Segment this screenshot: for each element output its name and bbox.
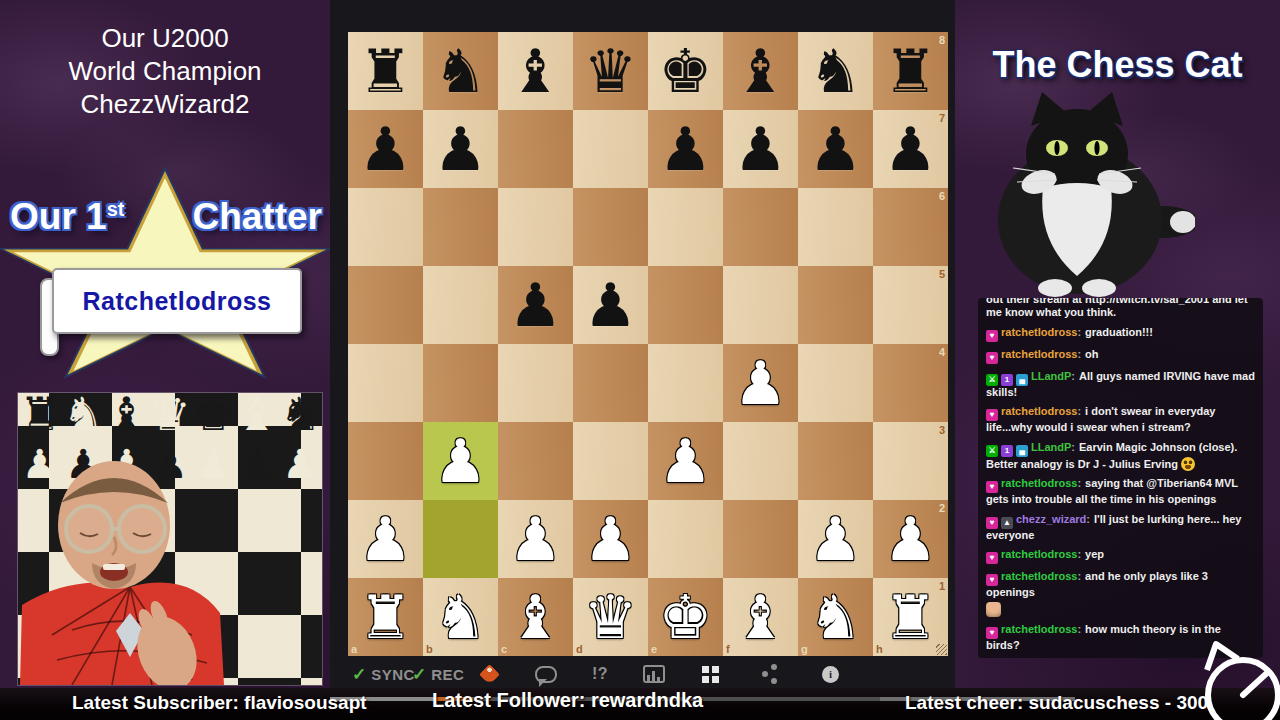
rec-label: REC <box>431 666 464 683</box>
black-bishop[interactable]: ♝ <box>723 32 798 110</box>
wall-piece: ♜ <box>18 393 61 441</box>
heart-pink-badge-icon: ♥ <box>986 517 998 529</box>
latest-cheer-text: Latest cheer: sudacuschess - 300 <box>905 692 1208 714</box>
info-icon: i <box>822 666 839 683</box>
square-f8[interactable]: ♝ <box>723 32 798 110</box>
white-pawn[interactable]: ♟ <box>798 500 873 578</box>
square-b2[interactable] <box>423 500 498 578</box>
black-pawn[interactable]: ♟ <box>498 266 573 344</box>
black-knight[interactable]: ♞ <box>798 32 873 110</box>
square-e8[interactable]: ♚ <box>648 32 723 110</box>
chat-username[interactable]: ratchetlodross <box>1001 548 1077 560</box>
chat-text: graduation!!! <box>1085 326 1153 338</box>
square-c2[interactable]: ♟ <box>498 500 573 578</box>
chat-username[interactable]: ratchetlodross <box>1001 405 1077 417</box>
chat-message: ♥▲chezz_wizard:I'll just be lurking here… <box>986 513 1255 543</box>
sub-teal-badge-icon: ▄ <box>1016 374 1028 386</box>
white-bishop[interactable]: ♝ <box>498 578 573 656</box>
champion-caption: Our U2000 World Champion ChezzWizard2 <box>0 22 330 121</box>
gift-purple-badge-icon: 1 <box>1001 374 1013 386</box>
square-a1[interactable]: a♜ <box>348 578 423 656</box>
white-rook[interactable]: ♜ <box>348 578 423 656</box>
square-c8[interactable]: ♝ <box>498 32 573 110</box>
black-pawn[interactable]: ♟ <box>348 110 423 188</box>
chat-text: sai_2001 is also a streamer, check out t… <box>986 298 1248 318</box>
streamer-face-emote <box>986 602 1001 617</box>
chat-box[interactable]: ▶★▄Tiberian64:!sof ratchelodross⚔☾Nightb… <box>978 298 1263 658</box>
chat-message: ⚔1▄LLandP:Earvin Magic Johnson (close). … <box>986 441 1255 472</box>
chat-username[interactable]: LLandP <box>1031 441 1071 453</box>
gift-purple-badge-icon: 1 <box>1001 445 1013 457</box>
white-rook[interactable]: ♜ <box>873 578 948 656</box>
heart-pink-badge-icon: ♥ <box>986 330 998 342</box>
rank-label-4: 4 <box>939 346 945 358</box>
white-knight[interactable]: ♞ <box>423 578 498 656</box>
file-label-d: d <box>576 643 583 655</box>
square-f5[interactable] <box>723 266 798 344</box>
square-f2[interactable] <box>723 500 798 578</box>
chat-username[interactable]: ratchetlodross <box>1001 477 1077 489</box>
square-g5[interactable] <box>798 266 873 344</box>
square-g2[interactable]: ♟ <box>798 500 873 578</box>
heart-pink-badge-icon: ♥ <box>986 409 998 421</box>
file-label-g: g <box>801 643 808 655</box>
heart-pink-badge-icon: ♥ <box>986 352 998 364</box>
square-a2[interactable]: ♟ <box>348 500 423 578</box>
square-f1[interactable]: f♝ <box>723 578 798 656</box>
mod-green-badge-icon: ⚔ <box>986 374 998 386</box>
stream-overlay: Our U2000 World Champion ChezzWizard2 Ou… <box>0 0 1280 720</box>
heart-pink-badge-icon: ♥ <box>986 627 998 639</box>
square-h7[interactable]: 7♟ <box>873 110 948 188</box>
champion-line-1: Our U2000 <box>0 22 330 55</box>
chat-username[interactable]: chezz_wizard <box>1016 513 1086 525</box>
rank-label-1: 1 <box>939 580 945 592</box>
study-toolbar: ✓SYNC✓REC!?i <box>330 660 955 688</box>
wall-piece: ♚ <box>192 393 235 441</box>
square-b7[interactable]: ♟ <box>423 110 498 188</box>
square-c4[interactable] <box>498 344 573 422</box>
check-icon: ✓ <box>352 664 366 685</box>
square-a4[interactable] <box>348 344 423 422</box>
share-button[interactable] <box>762 660 777 688</box>
square-h3[interactable]: 3 <box>873 422 948 500</box>
file-label-b: b <box>426 643 433 655</box>
square-g8[interactable]: ♞ <box>798 32 873 110</box>
square-e4[interactable] <box>648 344 723 422</box>
chat-username[interactable]: LLandP <box>1031 370 1071 382</box>
chat-colon: : <box>1077 326 1081 338</box>
first-chatter-banner: Ratchetlodross <box>52 268 302 334</box>
file-label-f: f <box>726 643 730 655</box>
square-f6[interactable] <box>723 188 798 266</box>
white-pawn[interactable]: ♟ <box>873 500 948 578</box>
white-queen[interactable]: ♛ <box>573 578 648 656</box>
square-c5[interactable]: ♟ <box>498 266 573 344</box>
square-d4[interactable] <box>573 344 648 422</box>
square-f4[interactable]: ♟ <box>723 344 798 422</box>
info-button[interactable]: i <box>822 660 839 688</box>
square-c3[interactable] <box>498 422 573 500</box>
chat-bubble-icon <box>535 666 557 683</box>
analysis-button[interactable]: !? <box>592 660 608 688</box>
square-g1[interactable]: g♞ <box>798 578 873 656</box>
chat-text: yep <box>1085 548 1104 560</box>
chat-colon: : <box>1071 370 1075 382</box>
black-rook[interactable]: ♜ <box>873 32 948 110</box>
chat-colon: : <box>1086 513 1090 525</box>
square-e5[interactable] <box>648 266 723 344</box>
wall-piece: ♝ <box>105 393 148 441</box>
analysis-icon: !? <box>592 665 608 683</box>
chat-message: ⚔☾Nightbot:sai_2001 is also a streamer, … <box>986 298 1255 320</box>
tag-icon <box>479 663 500 684</box>
square-h6[interactable]: 6 <box>873 188 948 266</box>
board-grid-icon <box>702 666 709 673</box>
square-f7[interactable]: ♟ <box>723 110 798 188</box>
share-icon <box>762 671 768 677</box>
square-a5[interactable] <box>348 266 423 344</box>
wall-pawn: ♟ <box>279 441 322 487</box>
chat-colon: : <box>1077 548 1081 560</box>
white-bishop[interactable]: ♝ <box>723 578 798 656</box>
rank-label-8: 8 <box>939 34 945 46</box>
streamer-illustration <box>18 445 252 685</box>
mod-green-badge-icon: ⚔ <box>986 445 998 457</box>
square-a3[interactable] <box>348 422 423 500</box>
file-label-a: a <box>351 643 357 655</box>
black-pawn[interactable]: ♟ <box>423 110 498 188</box>
white-pawn[interactable]: ♟ <box>648 422 723 500</box>
square-e6[interactable] <box>648 188 723 266</box>
chart-icon <box>643 665 665 683</box>
heart-pink-badge-icon: ♥ <box>986 552 998 564</box>
stream-title: The Chess Cat <box>955 44 1280 86</box>
square-d7[interactable] <box>573 110 648 188</box>
wall-piece: ♛ <box>148 393 191 441</box>
square-h4[interactable]: 4 <box>873 344 948 422</box>
chat-message: ⚔1▄LLandP:All guys named IRVING have mad… <box>986 370 1255 400</box>
square-h1[interactable]: 1h♜ <box>873 578 948 656</box>
chart-button[interactable] <box>643 660 665 688</box>
wall-piece: ♞ <box>279 393 322 441</box>
chess-board[interactable]: ♜♞♝♛♚♝♞8♜♟♟♟♟♟7♟6♟♟5♟4♟♟3♟♟♟♟2♟a♜b♞c♝d♛e… <box>348 32 948 656</box>
black-rook[interactable]: ♜ <box>348 32 423 110</box>
white-pawn[interactable]: ♟ <box>348 500 423 578</box>
black-pawn[interactable]: ♟ <box>573 266 648 344</box>
rec-button[interactable]: ✓REC <box>412 660 464 688</box>
square-b6[interactable] <box>423 188 498 266</box>
rank-label-6: 6 <box>939 190 945 202</box>
chat-message: ♥ratchetlodross:saying that @Tiberian64 … <box>986 477 1255 507</box>
chat-colon: : <box>1077 405 1081 417</box>
bits-dark-badge-icon: ▲ <box>1001 517 1013 529</box>
wall-pieces-row: ♜♞♝♛♚♝♞ <box>18 393 322 441</box>
square-a8[interactable]: ♜ <box>348 32 423 110</box>
chat-text: oh <box>1085 348 1098 360</box>
square-b1[interactable]: b♞ <box>423 578 498 656</box>
first-chatter-title: Our 1st Chatter <box>0 196 330 240</box>
heart-pink-badge-icon: ♥ <box>986 481 998 493</box>
white-pawn[interactable]: ♟ <box>573 500 648 578</box>
chat-colon: : <box>1071 441 1075 453</box>
chat-message: ♥ratchetlodross:i don't swear in everyda… <box>986 405 1255 435</box>
square-e2[interactable] <box>648 500 723 578</box>
rank-label-5: 5 <box>939 268 945 280</box>
square-g7[interactable]: ♟ <box>798 110 873 188</box>
black-king[interactable]: ♚ <box>648 32 723 110</box>
first-chatter-name: Ratchetlodross <box>83 287 272 316</box>
wall-piece: ♝ <box>235 393 278 441</box>
chat-message: ♥ratchetlodross:graduation!!! <box>986 326 1255 342</box>
chat-message: ♥ratchetlodross:oh <box>986 348 1255 364</box>
black-bishop[interactable]: ♝ <box>498 32 573 110</box>
square-a7[interactable]: ♟ <box>348 110 423 188</box>
rank-label-7: 7 <box>939 112 945 124</box>
file-label-c: c <box>501 643 507 655</box>
rank-label-2: 2 <box>939 502 945 514</box>
chat-username[interactable]: ratchetlodross <box>1001 623 1077 635</box>
board-column: ♜♞♝♛♚♝♞8♜♟♟♟♟♟7♟6♟♟5♟4♟♟3♟♟♟♟2♟a♜b♞c♝d♛e… <box>330 0 955 690</box>
white-pawn[interactable]: ♟ <box>723 344 798 422</box>
square-d5[interactable]: ♟ <box>573 266 648 344</box>
square-d2[interactable]: ♟ <box>573 500 648 578</box>
square-b3[interactable]: ♟ <box>423 422 498 500</box>
chat-username[interactable]: ratchetlodross <box>1001 326 1077 338</box>
square-a6[interactable] <box>348 188 423 266</box>
chat-message: ♥ratchetlodross:yep <box>986 548 1255 564</box>
white-king[interactable]: ♚ <box>648 578 723 656</box>
square-e3[interactable]: ♟ <box>648 422 723 500</box>
status-strip: Latest Subscriber: flaviosousapt Latest … <box>0 688 1280 720</box>
chat-message: ♥ratchetlodross:and he only plays like 3… <box>986 570 1255 617</box>
black-pawn[interactable]: ♟ <box>648 110 723 188</box>
square-b5[interactable] <box>423 266 498 344</box>
check-icon: ✓ <box>412 664 426 685</box>
square-h8[interactable]: 8♜ <box>873 32 948 110</box>
black-pawn[interactable]: ♟ <box>723 110 798 188</box>
champion-line-2: World Champion <box>0 55 330 88</box>
chat-username[interactable]: ratchetlodross <box>1001 348 1077 360</box>
square-b8[interactable]: ♞ <box>423 32 498 110</box>
square-d6[interactable] <box>573 188 648 266</box>
heart-pink-badge-icon: ♥ <box>986 574 998 586</box>
chat-colon: : <box>1077 348 1081 360</box>
file-label-h: h <box>876 643 883 655</box>
chat-colon: : <box>1077 623 1081 635</box>
square-d1[interactable]: d♛ <box>573 578 648 656</box>
sync-button[interactable]: ✓SYNC <box>352 660 415 688</box>
white-pawn[interactable]: ♟ <box>498 500 573 578</box>
sub-teal-badge-icon: ▄ <box>1016 445 1028 457</box>
file-label-e: e <box>651 643 657 655</box>
square-g6[interactable] <box>798 188 873 266</box>
square-e7[interactable]: ♟ <box>648 110 723 188</box>
square-c6[interactable] <box>498 188 573 266</box>
latest-subscriber-text: Latest Subscriber: flaviosousapt <box>72 692 367 714</box>
chat-colon: : <box>1077 570 1081 582</box>
square-g4[interactable] <box>798 344 873 422</box>
black-pawn[interactable]: ♟ <box>798 110 873 188</box>
square-d3[interactable] <box>573 422 648 500</box>
black-queen[interactable]: ♛ <box>573 32 648 110</box>
chat-bubble-button[interactable] <box>535 660 557 688</box>
square-e1[interactable]: e♚ <box>648 578 723 656</box>
wall-piece: ♞ <box>61 393 104 441</box>
white-pawn[interactable]: ♟ <box>423 422 498 500</box>
square-g3[interactable] <box>798 422 873 500</box>
streamer-webcam: ♜♞♝♛♚♝♞ ♟♟♟♟♟♟♟ <box>18 393 322 685</box>
grin-emoji <box>1181 457 1195 471</box>
tag-button[interactable] <box>482 660 497 688</box>
white-knight[interactable]: ♞ <box>798 578 873 656</box>
square-b4[interactable] <box>423 344 498 422</box>
square-d8[interactable]: ♛ <box>573 32 648 110</box>
board-grid-button[interactable] <box>702 660 719 688</box>
rank-label-3: 3 <box>939 424 945 436</box>
champion-line-3: ChezzWizard2 <box>0 88 330 121</box>
chat-colon: : <box>1077 477 1081 489</box>
square-h5[interactable]: 5 <box>873 266 948 344</box>
black-pawn[interactable]: ♟ <box>873 110 948 188</box>
square-f3[interactable] <box>723 422 798 500</box>
cat-photo <box>985 90 1195 298</box>
latest-follower-text: Latest Follower: rewardndka <box>432 689 703 712</box>
black-knight[interactable]: ♞ <box>423 32 498 110</box>
chat-username[interactable]: ratchetlodross <box>1001 570 1077 582</box>
square-c1[interactable]: c♝ <box>498 578 573 656</box>
sync-label: SYNC <box>371 666 415 683</box>
chess-cat-logo <box>1193 640 1280 720</box>
square-c7[interactable] <box>498 110 573 188</box>
left-panel: Our U2000 World Champion ChezzWizard2 Ou… <box>0 0 330 690</box>
square-h2[interactable]: 2♟ <box>873 500 948 578</box>
